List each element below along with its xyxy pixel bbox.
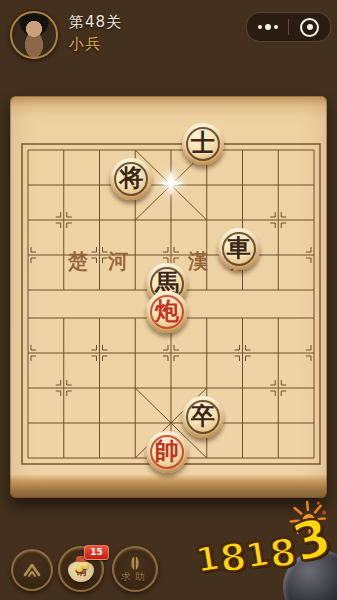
highlight-sparkle	[158, 170, 184, 196]
avatar[interactable]	[10, 11, 58, 59]
piece-red-general[interactable]: 帥	[146, 431, 188, 473]
piece-character: 士	[191, 131, 215, 155]
help-button[interactable]: 求助	[112, 546, 158, 592]
top-bar: 第48关 小兵	[0, 0, 337, 62]
more-menu-button[interactable]	[247, 13, 288, 41]
miniprogram-capsule	[246, 12, 331, 42]
piece-character: 車	[227, 236, 251, 260]
piece-black-chariot[interactable]: 車	[218, 228, 260, 270]
piece-character: 炮	[155, 299, 179, 323]
piece-character: 将	[119, 166, 143, 190]
money-bag-icon: 铜	[68, 561, 94, 582]
piece-black-soldier[interactable]: 卒	[182, 396, 224, 438]
coins-count-badge: 15	[84, 545, 109, 560]
praying-hands-icon	[126, 555, 144, 571]
screen: 第48关 小兵 楚河 漢界 士将車馬炮卒帥 铜	[0, 0, 337, 600]
piece-character: 帥	[155, 439, 179, 463]
collapse-button[interactable]	[11, 549, 53, 591]
river-label-left: 楚河	[68, 248, 148, 275]
exit-button[interactable]	[289, 13, 330, 41]
level-title: 第48关	[69, 13, 122, 32]
logo-18183: 18183	[192, 512, 333, 584]
piece-character: 卒	[191, 404, 215, 428]
piece-black-advisor[interactable]: 士	[182, 123, 224, 165]
three-dots-icon	[258, 24, 278, 30]
help-label: 求助	[121, 570, 149, 584]
coin-icon	[82, 562, 89, 569]
chevron-up-icon	[20, 558, 44, 582]
player-name: 小兵	[69, 35, 101, 54]
piece-black-general[interactable]: 将	[110, 158, 152, 200]
piece-red-cannon[interactable]: 炮	[146, 291, 188, 333]
circle-dot-icon	[300, 18, 319, 37]
